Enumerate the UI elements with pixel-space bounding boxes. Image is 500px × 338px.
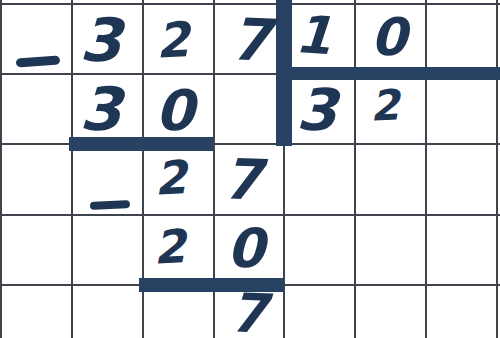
final-remainder-digit-7: 7: [212, 278, 285, 338]
quotient-digit-tens: 3: [280, 74, 353, 146]
minus-sign-step2: [90, 200, 130, 210]
quotient-digit-ones: 2: [347, 69, 422, 143]
divisor-digit-ones: 0: [353, 2, 424, 72]
step2-subtrahend-digit-2: 2: [132, 210, 207, 284]
step1-subtrahend-digit-3: 3: [64, 73, 137, 145]
step1-remainder-digit-2: 2: [133, 141, 208, 215]
minus-sign-step1: [16, 55, 61, 67]
step1-remainder-digit-7: 7: [206, 144, 279, 216]
long-division-worksheet: 3 2 7 1 0 3 0 3 2 2 7 2 0 7: [0, 0, 500, 338]
dividend-digit-hundreds: 3: [64, 4, 137, 76]
step1-subtrahend-digit-0: 0: [139, 76, 210, 146]
divisor-digit-tens: 1: [276, 0, 352, 72]
dividend-digit-tens: 2: [135, 3, 210, 77]
step2-subtrahend-digit-0: 0: [210, 214, 281, 284]
